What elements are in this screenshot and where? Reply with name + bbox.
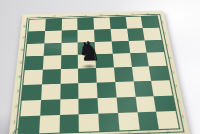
square-b6 [43,43,61,56]
square-f7 [110,28,128,41]
square-e3 [97,82,117,98]
square-f3 [115,81,135,97]
photo-scene: abcdefgh abcdefgh 87654321 87654321 ♞ ♞ [0,0,200,134]
square-g6 [128,40,147,53]
square-g4 [131,66,151,81]
square-b3 [41,84,60,100]
file-label-e: e [78,14,94,18]
square-d3 [78,82,97,98]
square-a7 [27,31,45,44]
square-h6 [145,40,164,53]
square-b7 [44,30,61,43]
square-e8 [93,17,110,29]
square-h4 [149,66,169,81]
file-label-g: g [139,130,159,134]
square-d8 [78,18,95,30]
square-c8 [61,18,77,30]
square-a5 [25,56,44,70]
square-a2 [20,100,41,117]
file-label-d: d [79,132,99,134]
square-d4 [78,68,96,83]
square-a6 [26,43,44,56]
square-c2 [59,98,78,115]
file-label-b: b [124,12,140,16]
square-h5 [147,52,167,66]
board-grid [17,15,180,134]
square-b1 [39,115,60,133]
square-e2 [98,97,118,114]
square-h2 [154,95,176,112]
square-b4 [42,69,61,84]
square-h8 [141,16,159,28]
square-d1 [79,114,99,132]
square-f4 [114,67,133,82]
square-f2 [116,96,137,113]
square-h3 [151,80,172,96]
file-label-f: f [119,130,139,134]
square-b5 [43,55,61,69]
square-c4 [60,69,78,84]
square-g5 [130,53,149,67]
file-label-f: f [62,14,78,18]
square-g2 [135,96,156,113]
square-a8 [28,19,45,31]
square-g3 [133,81,154,97]
square-a4 [23,70,42,85]
square-f1 [118,113,139,131]
square-e1 [98,113,119,131]
black-knight-icon: ♞ [77,36,102,66]
square-h1 [156,111,179,129]
square-c1 [59,115,79,133]
square-d2 [79,98,99,115]
file-label-e: e [99,131,119,134]
square-c3 [60,83,79,99]
square-a3 [22,84,42,100]
file-label-c: c [109,13,125,17]
square-f6 [111,41,129,54]
file-label-c: c [60,132,80,134]
square-f8 [109,17,126,29]
file-label-h: h [158,129,179,134]
file-label-d: d [93,13,109,17]
square-c6 [61,42,78,55]
knight-logo-icon: ♞ [16,130,24,134]
square-g7 [127,28,145,41]
square-b2 [40,99,60,116]
square-g8 [125,16,143,28]
square-f5 [113,53,132,67]
square-h7 [143,27,162,40]
black-knight-d5: ♞ [77,36,101,70]
file-label-h: h [31,15,47,19]
file-label-a: a [140,12,156,16]
file-label-g: g [46,14,62,18]
chess-board: abcdefgh abcdefgh 87654321 87654321 ♞ [8,11,190,134]
square-c5 [60,55,78,69]
square-b8 [45,19,62,31]
file-label-b: b [39,133,59,134]
square-c7 [61,30,78,43]
